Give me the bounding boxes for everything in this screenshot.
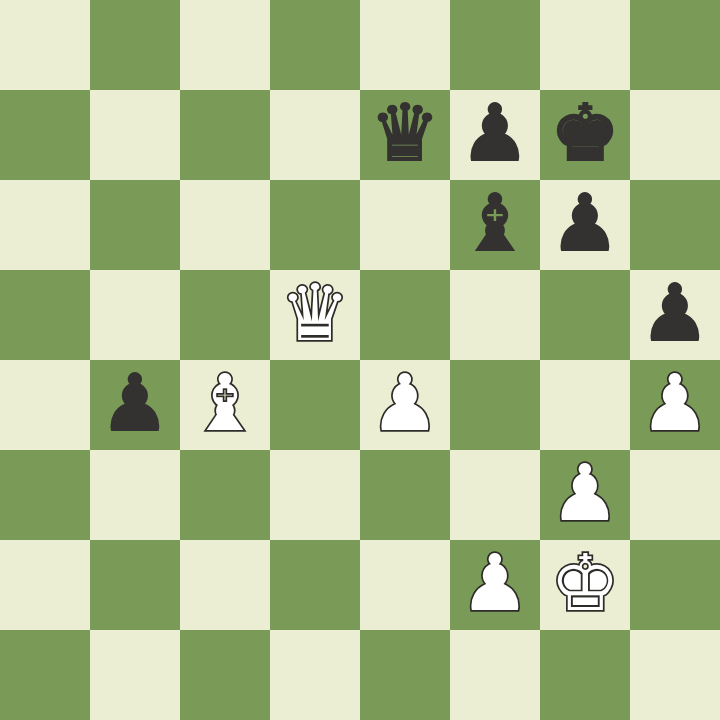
square-a2[interactable]: [0, 540, 90, 630]
square-e6[interactable]: [360, 180, 450, 270]
square-e4[interactable]: ♟: [360, 360, 450, 450]
chess-board: ♛♟♚♝♟♛♟♟♝♟♟♟♟♚: [0, 0, 720, 720]
square-h6[interactable]: [630, 180, 720, 270]
square-h3[interactable]: [630, 450, 720, 540]
square-c6[interactable]: [180, 180, 270, 270]
square-h4[interactable]: ♟: [630, 360, 720, 450]
square-f8[interactable]: [450, 0, 540, 90]
white-pawn[interactable]: ♟: [460, 538, 530, 628]
square-a7[interactable]: [0, 90, 90, 180]
white-pawn[interactable]: ♟: [640, 358, 710, 448]
square-d5[interactable]: ♛: [270, 270, 360, 360]
square-e1[interactable]: [360, 630, 450, 720]
square-h2[interactable]: [630, 540, 720, 630]
square-c4[interactable]: ♝: [180, 360, 270, 450]
square-h1[interactable]: [630, 630, 720, 720]
black-pawn[interactable]: ♟: [460, 88, 530, 178]
black-pawn[interactable]: ♟: [640, 268, 710, 358]
square-e5[interactable]: [360, 270, 450, 360]
square-a1[interactable]: [0, 630, 90, 720]
square-c7[interactable]: [180, 90, 270, 180]
square-f6[interactable]: ♝: [450, 180, 540, 270]
square-b3[interactable]: [90, 450, 180, 540]
black-queen[interactable]: ♛: [370, 88, 440, 178]
square-e7[interactable]: ♛: [360, 90, 450, 180]
square-f5[interactable]: [450, 270, 540, 360]
square-b8[interactable]: [90, 0, 180, 90]
square-e8[interactable]: [360, 0, 450, 90]
square-e2[interactable]: [360, 540, 450, 630]
square-d1[interactable]: [270, 630, 360, 720]
square-g4[interactable]: [540, 360, 630, 450]
square-a3[interactable]: [0, 450, 90, 540]
square-d4[interactable]: [270, 360, 360, 450]
square-e3[interactable]: [360, 450, 450, 540]
black-pawn[interactable]: ♟: [100, 358, 170, 448]
black-king[interactable]: ♚: [550, 88, 620, 178]
square-b2[interactable]: [90, 540, 180, 630]
square-d6[interactable]: [270, 180, 360, 270]
square-g5[interactable]: [540, 270, 630, 360]
square-b7[interactable]: [90, 90, 180, 180]
square-h7[interactable]: [630, 90, 720, 180]
square-f1[interactable]: [450, 630, 540, 720]
white-pawn[interactable]: ♟: [370, 358, 440, 448]
white-king[interactable]: ♚: [550, 538, 620, 628]
square-g2[interactable]: ♚: [540, 540, 630, 630]
white-queen[interactable]: ♛: [280, 268, 350, 358]
square-g7[interactable]: ♚: [540, 90, 630, 180]
square-a8[interactable]: [0, 0, 90, 90]
square-a5[interactable]: [0, 270, 90, 360]
square-b1[interactable]: [90, 630, 180, 720]
square-a4[interactable]: [0, 360, 90, 450]
square-d2[interactable]: [270, 540, 360, 630]
square-b4[interactable]: ♟: [90, 360, 180, 450]
black-pawn[interactable]: ♟: [550, 178, 620, 268]
square-h8[interactable]: [630, 0, 720, 90]
square-a6[interactable]: [0, 180, 90, 270]
square-b5[interactable]: [90, 270, 180, 360]
square-f3[interactable]: [450, 450, 540, 540]
white-pawn[interactable]: ♟: [550, 448, 620, 538]
square-c3[interactable]: [180, 450, 270, 540]
square-f7[interactable]: ♟: [450, 90, 540, 180]
square-d3[interactable]: [270, 450, 360, 540]
square-g3[interactable]: ♟: [540, 450, 630, 540]
square-g1[interactable]: [540, 630, 630, 720]
square-c8[interactable]: [180, 0, 270, 90]
white-bishop[interactable]: ♝: [190, 358, 260, 448]
square-d7[interactable]: [270, 90, 360, 180]
square-b6[interactable]: [90, 180, 180, 270]
square-f4[interactable]: [450, 360, 540, 450]
square-c2[interactable]: [180, 540, 270, 630]
square-h5[interactable]: ♟: [630, 270, 720, 360]
square-f2[interactable]: ♟: [450, 540, 540, 630]
square-g8[interactable]: [540, 0, 630, 90]
square-d8[interactable]: [270, 0, 360, 90]
square-g6[interactable]: ♟: [540, 180, 630, 270]
square-c1[interactable]: [180, 630, 270, 720]
square-c5[interactable]: [180, 270, 270, 360]
black-bishop[interactable]: ♝: [460, 178, 530, 268]
